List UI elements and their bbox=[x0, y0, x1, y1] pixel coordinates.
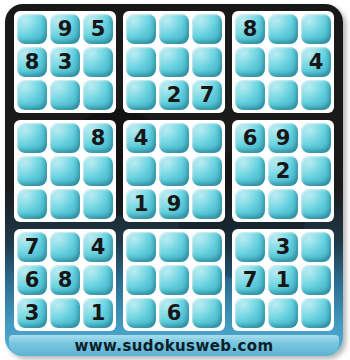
cell-r3c9[interactable] bbox=[301, 80, 331, 110]
cell-r7c7[interactable] bbox=[235, 232, 265, 262]
cell-r1c9[interactable] bbox=[301, 14, 331, 44]
cell-r3c4[interactable] bbox=[126, 80, 156, 110]
cell-r5c5[interactable] bbox=[159, 156, 189, 186]
cell-r7c1[interactable]: 7 bbox=[17, 232, 47, 262]
cell-r2c6[interactable] bbox=[192, 47, 222, 77]
digit: 6 bbox=[243, 128, 258, 149]
digit: 7 bbox=[200, 85, 215, 106]
digit: 6 bbox=[167, 303, 182, 324]
cell-r4c8[interactable]: 9 bbox=[268, 123, 298, 153]
cell-r9c7[interactable] bbox=[235, 298, 265, 328]
cell-r9c3[interactable]: 1 bbox=[83, 298, 113, 328]
digit: 1 bbox=[276, 270, 291, 291]
cell-r6c9[interactable] bbox=[301, 189, 331, 219]
cell-r7c5[interactable] bbox=[159, 232, 189, 262]
cell-r9c2[interactable] bbox=[50, 298, 80, 328]
digit: 9 bbox=[167, 194, 182, 215]
digit: 5 bbox=[91, 19, 106, 40]
page: 9583278484196927468316371 www.sudokusweb… bbox=[0, 0, 350, 360]
digit: 3 bbox=[58, 52, 73, 73]
box-2: 27 bbox=[123, 11, 225, 113]
cell-r2c4[interactable] bbox=[126, 47, 156, 77]
cell-r6c2[interactable] bbox=[50, 189, 80, 219]
cell-r2c3[interactable] bbox=[83, 47, 113, 77]
cell-r6c4[interactable]: 1 bbox=[126, 189, 156, 219]
digit: 3 bbox=[276, 237, 291, 258]
digit: 8 bbox=[25, 52, 40, 73]
digit: 7 bbox=[25, 237, 40, 258]
cell-r3c7[interactable] bbox=[235, 80, 265, 110]
cell-r5c9[interactable] bbox=[301, 156, 331, 186]
cell-r7c4[interactable] bbox=[126, 232, 156, 262]
digit: 4 bbox=[309, 52, 324, 73]
cell-r4c2[interactable] bbox=[50, 123, 80, 153]
cell-r3c5[interactable]: 2 bbox=[159, 80, 189, 110]
cell-r3c8[interactable] bbox=[268, 80, 298, 110]
digit: 1 bbox=[91, 303, 106, 324]
digit: 1 bbox=[134, 194, 149, 215]
digit: 2 bbox=[276, 161, 291, 182]
cell-r1c8[interactable] bbox=[268, 14, 298, 44]
box-5: 419 bbox=[123, 120, 225, 222]
cell-r6c3[interactable] bbox=[83, 189, 113, 219]
digit: 9 bbox=[276, 128, 291, 149]
digit: 8 bbox=[91, 128, 106, 149]
cell-r9c9[interactable] bbox=[301, 298, 331, 328]
box-1: 9583 bbox=[14, 11, 116, 113]
cell-r9c4[interactable] bbox=[126, 298, 156, 328]
cell-r8c7[interactable]: 7 bbox=[235, 265, 265, 295]
cell-r4c7[interactable]: 6 bbox=[235, 123, 265, 153]
cell-r1c6[interactable] bbox=[192, 14, 222, 44]
cell-r5c2[interactable] bbox=[50, 156, 80, 186]
cell-r6c8[interactable] bbox=[268, 189, 298, 219]
cell-r3c2[interactable] bbox=[50, 80, 80, 110]
sudoku-frame: 9583278484196927468316371 www.sudokusweb… bbox=[5, 4, 343, 356]
cell-r8c5[interactable] bbox=[159, 265, 189, 295]
digit: 9 bbox=[58, 19, 73, 40]
box-6: 692 bbox=[232, 120, 334, 222]
digit: 3 bbox=[25, 303, 40, 324]
footer-band: www.sudokusweb.com bbox=[9, 335, 339, 356]
cell-r1c3[interactable]: 5 bbox=[83, 14, 113, 44]
cell-r7c2[interactable] bbox=[50, 232, 80, 262]
cell-r3c6[interactable]: 7 bbox=[192, 80, 222, 110]
cell-r5c4[interactable] bbox=[126, 156, 156, 186]
digit: 8 bbox=[243, 19, 258, 40]
cell-r8c3[interactable] bbox=[83, 265, 113, 295]
cell-r4c4[interactable]: 4 bbox=[126, 123, 156, 153]
digit: 4 bbox=[134, 128, 149, 149]
cell-r9c5[interactable]: 6 bbox=[159, 298, 189, 328]
cell-r9c6[interactable] bbox=[192, 298, 222, 328]
cell-r1c4[interactable] bbox=[126, 14, 156, 44]
cell-r2c8[interactable] bbox=[268, 47, 298, 77]
digit: 2 bbox=[167, 85, 182, 106]
cell-r4c9[interactable] bbox=[301, 123, 331, 153]
box-4: 8 bbox=[14, 120, 116, 222]
cell-r3c1[interactable] bbox=[17, 80, 47, 110]
digit: 4 bbox=[91, 237, 106, 258]
cell-r6c1[interactable] bbox=[17, 189, 47, 219]
box-3: 84 bbox=[232, 11, 334, 113]
cell-r6c5[interactable]: 9 bbox=[159, 189, 189, 219]
digit: 8 bbox=[58, 270, 73, 291]
cell-r8c4[interactable] bbox=[126, 265, 156, 295]
cell-r7c6[interactable] bbox=[192, 232, 222, 262]
cell-r4c5[interactable] bbox=[159, 123, 189, 153]
cell-r7c8[interactable]: 3 bbox=[268, 232, 298, 262]
cell-r5c3[interactable] bbox=[83, 156, 113, 186]
cell-r2c5[interactable] bbox=[159, 47, 189, 77]
cell-r2c7[interactable] bbox=[235, 47, 265, 77]
cell-r4c1[interactable] bbox=[17, 123, 47, 153]
box-9: 371 bbox=[232, 229, 334, 331]
cell-r4c6[interactable] bbox=[192, 123, 222, 153]
cell-r5c8[interactable]: 2 bbox=[268, 156, 298, 186]
cell-r7c3[interactable]: 4 bbox=[83, 232, 113, 262]
cell-r2c2[interactable]: 3 bbox=[50, 47, 80, 77]
cell-r6c7[interactable] bbox=[235, 189, 265, 219]
digit: 6 bbox=[25, 270, 40, 291]
board: 9583278484196927468316371 bbox=[14, 11, 334, 331]
cell-r8c8[interactable]: 1 bbox=[268, 265, 298, 295]
cell-r4c3[interactable]: 8 bbox=[83, 123, 113, 153]
cell-r8c9[interactable] bbox=[301, 265, 331, 295]
cell-r1c5[interactable] bbox=[159, 14, 189, 44]
cell-r8c2[interactable]: 8 bbox=[50, 265, 80, 295]
digit: 7 bbox=[243, 270, 258, 291]
cell-r5c1[interactable] bbox=[17, 156, 47, 186]
cell-r9c1[interactable]: 3 bbox=[17, 298, 47, 328]
cell-r7c9[interactable] bbox=[301, 232, 331, 262]
cell-r1c1[interactable] bbox=[17, 14, 47, 44]
cell-r5c7[interactable] bbox=[235, 156, 265, 186]
cell-r6c6[interactable] bbox=[192, 189, 222, 219]
cell-r5c6[interactable] bbox=[192, 156, 222, 186]
cell-r2c1[interactable]: 8 bbox=[17, 47, 47, 77]
cell-r8c1[interactable]: 6 bbox=[17, 265, 47, 295]
box-8: 6 bbox=[123, 229, 225, 331]
cell-r9c8[interactable] bbox=[268, 298, 298, 328]
cell-r3c3[interactable] bbox=[83, 80, 113, 110]
cell-r8c6[interactable] bbox=[192, 265, 222, 295]
cell-r1c2[interactable]: 9 bbox=[50, 14, 80, 44]
box-7: 746831 bbox=[14, 229, 116, 331]
cell-r2c9[interactable]: 4 bbox=[301, 47, 331, 77]
site-url: www.sudokusweb.com bbox=[74, 337, 273, 355]
cell-r1c7[interactable]: 8 bbox=[235, 14, 265, 44]
